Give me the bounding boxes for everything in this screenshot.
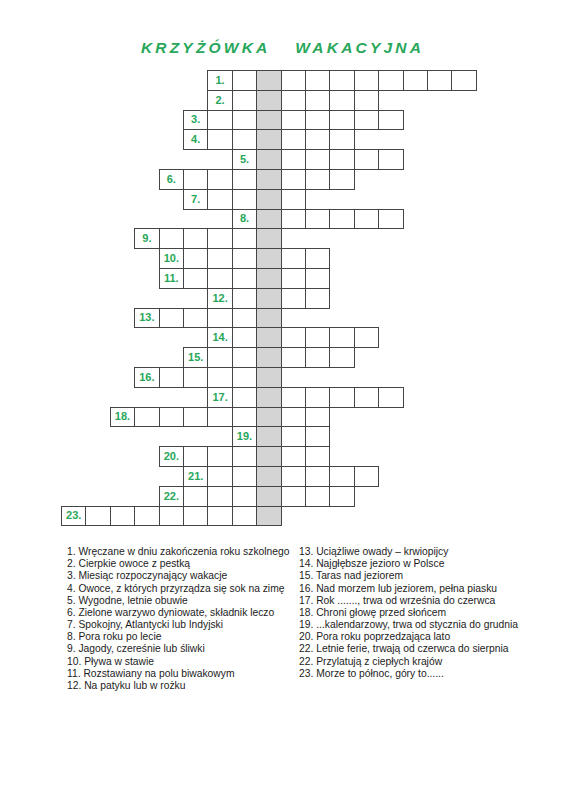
clue-item: 8. Pora roku po lecie [67, 631, 289, 643]
grid-cell[interactable]: 16. [134, 367, 159, 388]
grid-cell[interactable] [207, 268, 232, 289]
grid-cell[interactable] [281, 327, 306, 348]
page-title: KRZYŻÓWKA WAKACYJNA [0, 39, 565, 57]
grid-cell[interactable]: 10. [159, 248, 184, 269]
clue-item: 17. Rok ......., trwa od września do cze… [299, 595, 518, 607]
grid-cell-solution[interactable] [256, 446, 281, 467]
grid-cell[interactable] [159, 308, 184, 329]
grid-cell[interactable] [159, 506, 184, 527]
cell-clue-number: 16. [139, 372, 154, 383]
grid-cell[interactable] [159, 407, 184, 428]
grid-cell[interactable] [378, 149, 403, 170]
grid-cell[interactable] [183, 248, 208, 269]
grid-cell[interactable] [281, 129, 306, 150]
grid-cell-solution[interactable] [256, 110, 281, 131]
grid-cell[interactable]: 3. [183, 110, 208, 131]
grid-cell[interactable] [207, 486, 232, 507]
grid-cell[interactable] [281, 347, 306, 368]
grid-cell[interactable] [281, 189, 306, 210]
grid-cell[interactable] [207, 169, 232, 190]
grid-cell[interactable] [329, 129, 354, 150]
grid-cell[interactable] [281, 387, 306, 408]
cell-clue-number: 10. [164, 253, 179, 264]
cell-clue-number: 8. [240, 213, 249, 224]
grid-cell[interactable] [183, 446, 208, 467]
grid-cell[interactable] [378, 209, 403, 230]
grid-cell[interactable] [354, 149, 379, 170]
grid-cell[interactable] [378, 387, 403, 408]
crossword-grid: 1.2.3.4.5.6.7.8.9.10.11.12.13.14.15.16.1… [61, 70, 479, 527]
clue-item: 22. Letnie ferie, trwają od czerwca do s… [299, 643, 518, 655]
grid-cell[interactable]: 23. [61, 506, 86, 527]
grid-cell-solution[interactable] [256, 486, 281, 507]
grid-cell[interactable] [207, 407, 232, 428]
grid-cell[interactable]: 17. [207, 387, 232, 408]
cell-clue-number: 23. [66, 510, 81, 521]
cell-clue-number: 1. [215, 75, 224, 86]
grid-cell[interactable] [85, 506, 110, 527]
grid-cell[interactable] [207, 466, 232, 487]
grid-cell-solution[interactable] [256, 129, 281, 150]
cell-clue-number: 12. [212, 293, 227, 304]
clue-list-right: 13. Uciążliwe owady – krwiopijcy14. Najg… [299, 546, 518, 680]
clue-item: 23. Morze to północ, góry to...... [299, 668, 518, 680]
clue-item: 16. Nad morzem lub jeziorem, pełna piask… [299, 583, 518, 595]
grid-cell[interactable]: 8. [232, 209, 257, 230]
grid-cell[interactable]: 19. [232, 426, 257, 447]
grid-cell[interactable]: 21. [183, 466, 208, 487]
grid-cell[interactable] [232, 189, 257, 210]
grid-cell[interactable] [281, 407, 306, 428]
grid-cell[interactable] [207, 129, 232, 150]
grid-cell[interactable] [281, 268, 306, 289]
grid-cell[interactable] [134, 506, 159, 527]
grid-cell[interactable] [207, 367, 232, 388]
grid-cell[interactable] [329, 169, 354, 190]
grid-cell[interactable] [354, 90, 379, 111]
grid-cell[interactable]: 11. [159, 268, 184, 289]
grid-cell[interactable] [329, 70, 354, 91]
grid-cell[interactable] [305, 90, 330, 111]
grid-cell[interactable] [305, 149, 330, 170]
clue-item: 19. ...kalendarzowy, trwa od stycznia do… [299, 619, 518, 631]
grid-cell[interactable] [329, 110, 354, 131]
grid-cell[interactable] [159, 367, 184, 388]
grid-cell[interactable] [281, 288, 306, 309]
grid-cell[interactable] [354, 387, 379, 408]
cell-clue-number: 13. [139, 312, 154, 323]
grid-cell[interactable] [305, 110, 330, 131]
grid-cell[interactable]: 1. [207, 70, 232, 91]
grid-cell[interactable] [305, 486, 330, 507]
grid-cell[interactable]: 18. [110, 407, 135, 428]
grid-cell[interactable]: 2. [207, 90, 232, 111]
clue-item: 12. Na patyku lub w rożku [67, 680, 289, 692]
grid-cell[interactable] [232, 129, 257, 150]
clue-item: 6. Zielone warzywo dyniowate, składnik l… [67, 607, 289, 619]
grid-cell[interactable] [232, 466, 257, 487]
cell-clue-number: 14. [212, 332, 227, 343]
grid-cell-solution[interactable] [256, 268, 281, 289]
grid-cell[interactable] [232, 387, 257, 408]
grid-cell-solution[interactable] [256, 228, 281, 249]
grid-cell[interactable] [183, 228, 208, 249]
grid-cell[interactable] [281, 248, 306, 269]
grid-cell[interactable] [329, 387, 354, 408]
page-root: { "game": "krzyżówka (Polish crossword p… [0, 0, 565, 800]
grid-cell[interactable] [281, 466, 306, 487]
grid-cell[interactable] [207, 228, 232, 249]
grid-cell-solution[interactable] [256, 70, 281, 91]
grid-cell[interactable] [329, 486, 354, 507]
grid-cell-solution[interactable] [256, 407, 281, 428]
clue-item: 20. Pora roku poprzedzająca lato [299, 631, 518, 643]
grid-cell[interactable] [183, 486, 208, 507]
grid-cell[interactable] [232, 446, 257, 467]
cell-clue-number: 17. [212, 392, 227, 403]
grid-cell[interactable] [183, 506, 208, 527]
grid-cell[interactable] [183, 407, 208, 428]
cell-clue-number: 4. [191, 134, 200, 145]
grid-cell[interactable] [305, 407, 330, 428]
grid-cell[interactable] [403, 70, 428, 91]
grid-cell[interactable]: 12. [207, 288, 232, 309]
grid-cell[interactable] [305, 288, 330, 309]
grid-cell[interactable] [281, 110, 306, 131]
cell-clue-number: 22. [164, 491, 179, 502]
grid-cell-solution[interactable] [256, 288, 281, 309]
cell-clue-number: 11. [164, 273, 179, 284]
clue-item: 7. Spokojny, Atlantycki lub Indyjski [67, 619, 289, 631]
grid-cell[interactable] [281, 486, 306, 507]
grid-cell[interactable] [232, 347, 257, 368]
cell-clue-number: 3. [191, 114, 200, 125]
grid-cell[interactable] [427, 70, 452, 91]
grid-cell-solution[interactable] [256, 248, 281, 269]
grid-cell[interactable] [354, 327, 379, 348]
grid-cell[interactable]: 20. [159, 446, 184, 467]
grid-cell[interactable] [207, 347, 232, 368]
clue-item: 13. Uciążliwe owady – krwiopijcy [299, 546, 518, 558]
clue-item: 10. Pływa w stawie [67, 656, 289, 668]
grid-cell[interactable] [183, 308, 208, 329]
grid-cell[interactable] [183, 169, 208, 190]
grid-cell[interactable] [378, 70, 403, 91]
cell-clue-number: 21. [188, 471, 203, 482]
grid-cell[interactable] [354, 466, 379, 487]
grid-cell[interactable] [232, 228, 257, 249]
clue-item: 1. Wręczane w dniu zakończenia roku szko… [67, 546, 289, 558]
grid-cell-solution[interactable] [256, 466, 281, 487]
grid-cell-solution[interactable] [256, 506, 281, 527]
grid-cell[interactable] [183, 268, 208, 289]
grid-cell[interactable] [329, 90, 354, 111]
grid-cell[interactable] [305, 466, 330, 487]
grid-cell[interactable]: 6. [159, 169, 184, 190]
grid-cell[interactable] [305, 327, 330, 348]
grid-cell[interactable] [232, 169, 257, 190]
grid-cell[interactable] [378, 110, 403, 131]
grid-cell[interactable] [329, 327, 354, 348]
grid-cell[interactable] [232, 327, 257, 348]
grid-cell[interactable] [329, 209, 354, 230]
clue-item: 4. Owoce, z których przyrządza się sok n… [67, 583, 289, 595]
grid-cell[interactable] [305, 169, 330, 190]
cell-clue-number: 5. [240, 154, 249, 165]
grid-cell[interactable] [305, 426, 330, 447]
grid-cell[interactable] [232, 506, 257, 527]
grid-cell[interactable] [232, 308, 257, 329]
grid-cell[interactable] [207, 189, 232, 210]
grid-cell[interactable] [329, 466, 354, 487]
grid-cell[interactable] [305, 387, 330, 408]
clue-item: 9. Jagody, czereśnie lub śliwki [67, 643, 289, 655]
grid-cell-solution[interactable] [256, 189, 281, 210]
grid-cell[interactable]: 22. [159, 486, 184, 507]
grid-cell-solution[interactable] [256, 90, 281, 111]
grid-cell[interactable] [134, 407, 159, 428]
grid-cell[interactable] [232, 90, 257, 111]
clue-item: 15. Taras nad jeziorem [299, 570, 518, 582]
grid-cell-solution[interactable] [256, 347, 281, 368]
grid-cell[interactable] [110, 506, 135, 527]
grid-cell[interactable] [207, 446, 232, 467]
clue-item: 22. Przylatują z ciepłych krajów [299, 656, 518, 668]
cell-clue-number: 9. [142, 233, 151, 244]
grid-cell[interactable] [281, 446, 306, 467]
grid-cell[interactable] [281, 90, 306, 111]
grid-cell[interactable] [207, 110, 232, 131]
clue-item: 2. Cierpkie owoce z pestką [67, 558, 289, 570]
grid-cell[interactable] [232, 70, 257, 91]
cell-clue-number: 6. [167, 174, 176, 185]
grid-cell[interactable] [451, 70, 476, 91]
grid-cell[interactable] [281, 426, 306, 447]
grid-cell[interactable] [329, 347, 354, 368]
grid-cell[interactable] [207, 308, 232, 329]
grid-cell[interactable] [305, 347, 330, 368]
grid-cell[interactable] [232, 367, 257, 388]
grid-cell[interactable] [232, 486, 257, 507]
grid-cell[interactable]: 4. [183, 129, 208, 150]
grid-cell-solution[interactable] [256, 169, 281, 190]
cell-clue-number: 15. [188, 352, 203, 363]
grid-cell-solution[interactable] [256, 327, 281, 348]
clue-item: 11. Rozstawiany na polu biwakowym [67, 668, 289, 680]
grid-cell[interactable]: 5. [232, 149, 257, 170]
grid-cell-solution[interactable] [256, 387, 281, 408]
grid-cell[interactable] [354, 70, 379, 91]
grid-cell-solution[interactable] [256, 149, 281, 170]
grid-cell[interactable]: 13. [134, 308, 159, 329]
cell-clue-number: 2. [215, 95, 224, 106]
grid-cell[interactable] [232, 110, 257, 131]
grid-cell[interactable]: 14. [207, 327, 232, 348]
grid-cell[interactable] [305, 268, 330, 289]
cell-clue-number: 7. [191, 194, 200, 205]
grid-cell-solution[interactable] [256, 367, 281, 388]
grid-cell[interactable] [305, 70, 330, 91]
clue-list-left: 1. Wręczane w dniu zakończenia roku szko… [67, 546, 289, 692]
grid-cell[interactable]: 7. [183, 189, 208, 210]
grid-cell[interactable] [207, 506, 232, 527]
grid-cell[interactable] [305, 129, 330, 150]
grid-cell[interactable] [183, 367, 208, 388]
grid-cell[interactable]: 15. [183, 347, 208, 368]
clue-item: 3. Miesiąc rozpoczynający wakacje [67, 570, 289, 582]
grid-cell[interactable] [232, 407, 257, 428]
grid-cell[interactable] [232, 288, 257, 309]
grid-cell[interactable] [232, 268, 257, 289]
grid-cell[interactable]: 9. [134, 228, 159, 249]
grid-cell[interactable] [281, 149, 306, 170]
grid-cell[interactable] [281, 169, 306, 190]
grid-cell[interactable] [281, 209, 306, 230]
grid-cell[interactable] [305, 248, 330, 269]
grid-cell-solution[interactable] [256, 426, 281, 447]
grid-cell[interactable] [207, 248, 232, 269]
cell-clue-number: 20. [164, 451, 179, 462]
grid-cell[interactable] [281, 70, 306, 91]
grid-cell[interactable] [232, 248, 257, 269]
clue-item: 14. Najgłębsze jezioro w Polsce [299, 558, 518, 570]
grid-cell[interactable] [329, 149, 354, 170]
grid-cell[interactable] [305, 446, 330, 467]
clue-item: 5. Wygodne, letnie obuwie [67, 595, 289, 607]
clue-item: 18. Chroni głowę przed słońcem [299, 607, 518, 619]
cell-clue-number: 19. [237, 431, 252, 442]
grid-cell[interactable] [305, 209, 330, 230]
cell-clue-number: 18. [115, 411, 130, 422]
grid-cell[interactable] [354, 110, 379, 131]
grid-cell-solution[interactable] [256, 308, 281, 329]
grid-cell[interactable] [354, 209, 379, 230]
grid-cell[interactable] [159, 228, 184, 249]
grid-cell-solution[interactable] [256, 209, 281, 230]
